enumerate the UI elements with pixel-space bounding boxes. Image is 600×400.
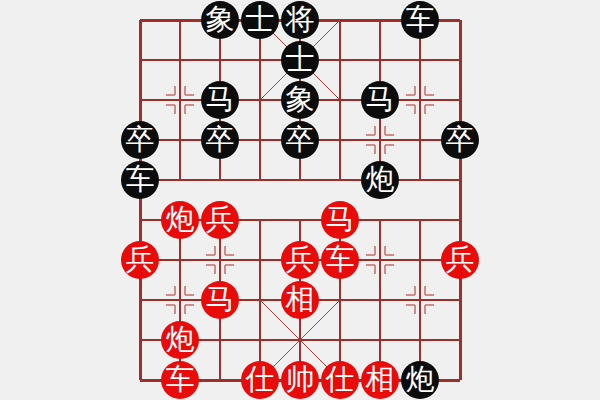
piece-red-horse[interactable]: 马 (201, 281, 239, 319)
piece-glyph: 车 (166, 365, 195, 394)
piece-glyph: 马 (206, 285, 235, 314)
piece-black-advisor[interactable]: 士 (281, 41, 319, 79)
piece-glyph: 仕 (326, 365, 355, 394)
piece-red-chariot[interactable]: 车 (161, 361, 199, 399)
piece-black-soldier[interactable]: 卒 (441, 121, 479, 159)
piece-red-elephant[interactable]: 相 (361, 361, 399, 399)
piece-glyph: 兵 (446, 245, 475, 274)
piece-glyph: 卒 (206, 125, 235, 154)
piece-black-horse[interactable]: 马 (361, 81, 399, 119)
piece-red-cannon[interactable]: 炮 (161, 201, 199, 239)
piece-glyph: 炮 (366, 165, 395, 194)
piece-black-chariot[interactable]: 车 (121, 161, 159, 199)
piece-glyph: 兵 (286, 245, 315, 274)
piece-black-cannon[interactable]: 炮 (361, 161, 399, 199)
piece-red-general[interactable]: 帅 (281, 361, 319, 399)
piece-black-soldier[interactable]: 卒 (121, 121, 159, 159)
piece-black-advisor[interactable]: 士 (241, 1, 279, 39)
piece-black-chariot[interactable]: 车 (401, 1, 439, 39)
piece-glyph: 马 (366, 85, 395, 114)
piece-red-advisor[interactable]: 仕 (241, 361, 279, 399)
piece-glyph: 仕 (246, 365, 275, 394)
piece-black-horse[interactable]: 马 (201, 81, 239, 119)
piece-black-cannon[interactable]: 炮 (401, 361, 439, 399)
piece-black-elephant[interactable]: 象 (201, 1, 239, 39)
piece-glyph: 炮 (166, 205, 195, 234)
piece-glyph: 车 (126, 165, 155, 194)
piece-glyph: 马 (326, 205, 355, 234)
piece-red-soldier[interactable]: 兵 (441, 241, 479, 279)
piece-red-soldier[interactable]: 兵 (121, 241, 159, 279)
piece-red-advisor[interactable]: 仕 (321, 361, 359, 399)
piece-red-cannon[interactable]: 炮 (161, 321, 199, 359)
piece-red-elephant[interactable]: 相 (281, 281, 319, 319)
piece-glyph: 炮 (406, 365, 435, 394)
piece-glyph: 卒 (286, 125, 315, 154)
piece-glyph: 相 (286, 285, 315, 314)
piece-glyph: 将 (286, 5, 315, 34)
piece-black-general[interactable]: 将 (281, 1, 319, 39)
piece-glyph: 马 (206, 85, 235, 114)
piece-red-horse[interactable]: 马 (321, 201, 359, 239)
piece-glyph: 士 (246, 5, 275, 34)
piece-black-soldier[interactable]: 卒 (281, 121, 319, 159)
piece-black-elephant[interactable]: 象 (281, 81, 319, 119)
piece-glyph: 卒 (126, 125, 155, 154)
piece-glyph: 车 (326, 245, 355, 274)
piece-glyph: 士 (286, 45, 315, 74)
piece-glyph: 象 (286, 85, 315, 114)
piece-glyph: 象 (206, 5, 235, 34)
piece-glyph: 车 (406, 5, 435, 34)
piece-glyph: 兵 (206, 205, 235, 234)
piece-glyph: 兵 (126, 245, 155, 274)
piece-red-soldier[interactable]: 兵 (281, 241, 319, 279)
piece-glyph: 相 (366, 365, 395, 394)
piece-grid: 象士将车士马象马卒卒卒卒车炮炮兵马兵兵车兵马相炮车仕帅仕相炮 (120, 0, 480, 400)
xiangqi-board: 象士将车士马象马卒卒卒卒车炮炮兵马兵兵车兵马相炮车仕帅仕相炮 (0, 0, 600, 400)
piece-red-soldier[interactable]: 兵 (201, 201, 239, 239)
piece-glyph: 炮 (166, 325, 195, 354)
piece-glyph: 卒 (446, 125, 475, 154)
piece-glyph: 帅 (286, 365, 315, 394)
piece-red-chariot[interactable]: 车 (321, 241, 359, 279)
piece-black-soldier[interactable]: 卒 (201, 121, 239, 159)
